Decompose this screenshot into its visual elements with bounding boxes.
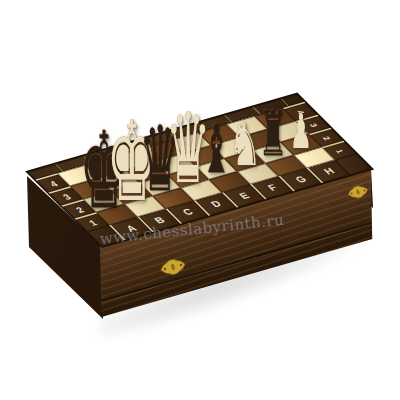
chess-box-product-photo: 44332211ABCDEFGH ♚♚♛♛♝♞♜♟ www.chesslabyr…: [0, 0, 400, 400]
